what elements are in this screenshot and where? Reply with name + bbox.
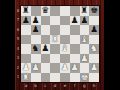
- black-king[interactable]: ♚: [90, 6, 98, 15]
- black-pawn[interactable]: ♟: [90, 25, 98, 34]
- square-e8[interactable]: [60, 6, 70, 16]
- file-label-b: b: [31, 82, 41, 89]
- white-pawn[interactable]: ♟: [61, 63, 69, 72]
- screenshot-root: { "game": "chess", "position": "r1q3rk/p…: [0, 0, 120, 90]
- black-queen[interactable]: ♛: [41, 6, 49, 15]
- file-label-g: g: [80, 82, 90, 89]
- file-label-d: d: [50, 82, 60, 89]
- square-g1[interactable]: ♚: [80, 73, 90, 83]
- white-pawn[interactable]: ♟: [90, 63, 98, 72]
- square-b4[interactable]: ♞: [31, 44, 41, 54]
- square-c2[interactable]: [41, 63, 51, 73]
- square-c1[interactable]: [41, 73, 51, 83]
- white-rook[interactable]: ♜: [22, 72, 30, 81]
- square-a6[interactable]: [21, 25, 31, 35]
- file-label-h: h: [89, 82, 99, 89]
- square-d5[interactable]: ♜: [50, 35, 60, 45]
- square-a4[interactable]: [21, 44, 31, 54]
- square-g3[interactable]: ♟: [80, 54, 90, 64]
- white-pawn[interactable]: ♟: [71, 63, 79, 72]
- black-pawn[interactable]: ♟: [71, 15, 79, 24]
- white-king[interactable]: ♚: [80, 72, 88, 81]
- square-e1[interactable]: [60, 73, 70, 83]
- white-knight[interactable]: ♞: [90, 44, 98, 53]
- square-g5[interactable]: ♝: [80, 35, 90, 45]
- square-d7[interactable]: [50, 16, 60, 26]
- square-f6[interactable]: [70, 25, 80, 35]
- square-h4[interactable]: ♞: [89, 44, 99, 54]
- square-c7[interactable]: [41, 16, 51, 26]
- black-pawn[interactable]: ♟: [32, 25, 40, 34]
- file-label-c: c: [41, 82, 51, 89]
- file-label-f: f: [70, 82, 80, 89]
- white-pawn[interactable]: ♟: [80, 53, 88, 62]
- square-e7[interactable]: [60, 16, 70, 26]
- square-d3[interactable]: [50, 54, 60, 64]
- square-e6[interactable]: [60, 25, 70, 35]
- square-a7[interactable]: ♟: [21, 16, 31, 26]
- white-bishop[interactable]: ♝: [61, 44, 69, 53]
- square-a5[interactable]: [21, 35, 31, 45]
- square-c4[interactable]: ♟: [41, 44, 51, 54]
- square-h1[interactable]: [89, 73, 99, 83]
- square-f7[interactable]: ♟: [70, 16, 80, 26]
- file-label-e: e: [60, 82, 70, 89]
- black-knight[interactable]: ♞: [32, 44, 40, 53]
- file-labels: abcdefgh: [21, 82, 99, 89]
- square-f1[interactable]: [70, 73, 80, 83]
- white-rook[interactable]: ♜: [51, 34, 59, 43]
- square-d1[interactable]: [50, 73, 60, 83]
- square-a1[interactable]: ♜: [21, 73, 31, 83]
- square-f2[interactable]: ♟: [70, 63, 80, 73]
- black-pawn[interactable]: ♟: [80, 15, 88, 24]
- square-b2[interactable]: ♟: [31, 63, 41, 73]
- square-h2[interactable]: ♟: [89, 63, 99, 73]
- square-c6[interactable]: [41, 25, 51, 35]
- square-g7[interactable]: ♟: [80, 16, 90, 26]
- square-f5[interactable]: [70, 35, 80, 45]
- square-b6[interactable]: ♟: [31, 25, 41, 35]
- square-h6[interactable]: ♟: [89, 25, 99, 35]
- white-bishop[interactable]: ♝: [80, 34, 88, 43]
- square-e2[interactable]: ♟: [60, 63, 70, 73]
- square-d2[interactable]: [50, 63, 60, 73]
- chess-board: ♜♛♜♚♟♟♟♟♟♟♜♝♞♟♝♞♟♟♟♟♟♟♜♚: [21, 6, 99, 82]
- square-d8[interactable]: [50, 6, 60, 16]
- square-d4[interactable]: [50, 44, 60, 54]
- square-h8[interactable]: ♚: [89, 6, 99, 16]
- square-c8[interactable]: ♛: [41, 6, 51, 16]
- square-e4[interactable]: ♝: [60, 44, 70, 54]
- square-b1[interactable]: [31, 73, 41, 83]
- square-f4[interactable]: [70, 44, 80, 54]
- square-c3[interactable]: [41, 54, 51, 64]
- white-pawn[interactable]: ♟: [32, 63, 40, 72]
- black-pawn[interactable]: ♟: [41, 44, 49, 53]
- file-label-a: a: [21, 82, 31, 89]
- black-pawn[interactable]: ♟: [22, 15, 30, 24]
